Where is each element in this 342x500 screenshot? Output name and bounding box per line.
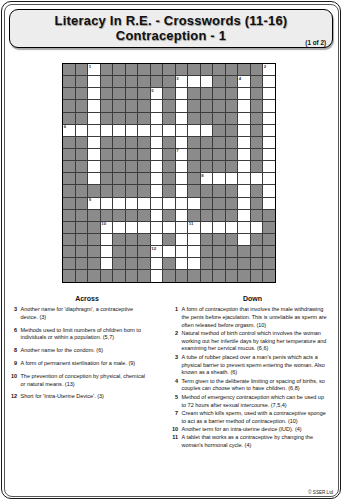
block-cell [201,137,213,148]
block-cell [138,185,150,196]
crossword-grid: 123456789101112 [62,63,276,283]
block-cell [226,76,238,87]
answer-cell[interactable] [88,137,100,148]
block-cell [88,210,100,221]
answer-cell[interactable] [176,210,188,221]
clue-item: 10The prevention of conception by physic… [8,373,166,389]
block-cell [113,258,125,269]
answer-cell[interactable] [176,88,188,99]
clue-number-label: 12 [151,246,156,251]
block-cell [63,88,75,99]
answer-cell[interactable] [238,161,250,172]
answer-cell[interactable] [188,246,200,257]
answer-cell[interactable] [101,258,113,269]
block-cell [201,161,213,172]
page-title: Literacy In R.E. - Crosswords (11-16) [10,13,332,28]
block-cell [201,149,213,160]
block-cell [126,258,138,269]
block-cell [263,210,275,221]
block-cell [163,173,175,184]
answer-cell[interactable] [113,198,125,209]
block-cell [213,198,225,209]
clue-item-number: 1 [169,306,178,329]
block-cell [138,161,150,172]
clue-number-label: 8 [201,173,203,178]
answer-cell[interactable] [163,222,175,233]
block-cell [138,210,150,221]
block-cell [213,100,225,111]
block-cell [113,270,125,281]
answer-cell[interactable] [263,161,275,172]
clue-item: 10Another term for an intra-uterine devi… [169,426,336,434]
answer-cell[interactable] [238,100,250,111]
clue-number-label: 1 [89,64,91,69]
block-cell [76,161,88,172]
down-clue-list: 1A form of contraception that involves t… [169,306,336,450]
block-cell [126,210,138,221]
block-cell [263,258,275,269]
clue-item-text: The prevention of conception by physical… [21,373,149,389]
answer-cell[interactable] [76,125,88,136]
answer-cell[interactable] [151,113,163,124]
block-cell [226,137,238,148]
block-cell [113,246,125,257]
answer-cell[interactable] [151,234,163,245]
answer-cell[interactable] [176,222,188,233]
clue-item-number: 6 [8,327,17,343]
answer-cell[interactable] [238,173,250,184]
answer-cell[interactable] [151,125,163,136]
answer-cell[interactable] [151,210,163,221]
answer-cell[interactable] [126,198,138,209]
clue-item-number: 10 [169,426,178,434]
answer-cell[interactable] [188,234,200,245]
answer-cell[interactable] [238,222,250,233]
block-cell [101,185,113,196]
answer-cell[interactable]: 10 [101,222,113,233]
block-cell [113,234,125,245]
block-cell [138,88,150,99]
answer-cell[interactable] [126,222,138,233]
clue-item: 3A tube of rubber placed over a man's pe… [169,354,336,377]
clue-item: 9A form of permanent sterilisation for a… [8,360,166,368]
answer-cell[interactable] [151,185,163,196]
block-cell [126,173,138,184]
answer-cell[interactable] [251,173,263,184]
answer-cell[interactable] [263,125,275,136]
block-cell [113,185,125,196]
block-cell [188,161,200,172]
block-cell [76,210,88,221]
answer-cell[interactable] [176,100,188,111]
answer-cell[interactable] [226,222,238,233]
answer-cell[interactable] [176,246,188,257]
block-cell [76,258,88,269]
answer-cell[interactable]: 3 [176,76,188,87]
block-cell [201,246,213,257]
block-cell [101,270,113,281]
block-cell [63,137,75,148]
block-cell [163,185,175,196]
copyright-footer: © SSER Ltd [308,490,333,495]
answer-cell[interactable]: 9 [88,198,100,209]
block-cell [76,173,88,184]
block-cell [188,88,200,99]
block-cell [138,76,150,87]
block-cell [113,113,125,124]
answer-cell[interactable] [188,125,200,136]
clue-item-text: Method of emergency contraception which … [182,394,328,410]
answer-cell[interactable]: 8 [201,173,213,184]
clue-item-number: 2 [169,330,178,353]
block-cell [226,185,238,196]
block-cell [201,198,213,209]
block-cell [63,210,75,221]
answer-cell[interactable] [113,125,125,136]
clue-number-label: 6 [64,124,66,129]
block-cell [201,258,213,269]
block-cell [101,173,113,184]
answer-cell[interactable] [151,161,163,172]
block-cell [201,234,213,245]
answer-cell[interactable] [263,137,275,148]
clue-item: 4Term given to the deliberate limiting o… [169,378,336,394]
answer-cell[interactable] [151,222,163,233]
answer-cell[interactable] [151,137,163,148]
block-cell [226,270,238,281]
clue-item: 1A form of contraception that involves t… [169,306,336,329]
clue-item-text: Methods used to limit numbers of childre… [21,327,149,343]
block-cell [251,258,263,269]
answer-cell[interactable] [238,149,250,160]
block-cell [113,210,125,221]
answer-cell[interactable] [88,173,100,184]
answer-cell[interactable] [163,246,175,257]
block-cell [63,222,75,233]
answer-cell[interactable] [138,125,150,136]
answer-cell[interactable] [263,198,275,209]
answer-cell[interactable]: 4 [238,76,250,87]
answer-cell[interactable] [263,76,275,87]
answer-cell[interactable] [238,113,250,124]
clue-item-text: Another name for 'diaphragm', a contrace… [21,306,149,322]
block-cell [101,161,113,172]
block-cell [63,198,75,209]
block-cell [238,246,250,257]
block-cell [201,210,213,221]
block-cell [63,173,75,184]
answer-cell[interactable] [151,198,163,209]
block-cell [138,258,150,269]
answer-cell[interactable]: 1 [88,64,100,75]
block-cell [138,113,150,124]
down-clues-section: Down 1A form of contraception that invol… [169,295,336,450]
clue-item-number: 4 [169,378,178,394]
answer-cell[interactable] [101,125,113,136]
answer-cell[interactable]: 2 [263,64,275,75]
answer-cell[interactable] [238,185,250,196]
block-cell [113,161,125,172]
clue-item: 5Method of emergency contraception which… [169,394,336,410]
answer-cell[interactable] [238,210,250,221]
block-cell [88,258,100,269]
block-cell [251,76,263,87]
clue-item-text: Another term for an intra-uterine device… [182,426,328,434]
answer-cell[interactable] [263,88,275,99]
block-cell [76,113,88,124]
answer-cell[interactable] [101,234,113,245]
answer-cell[interactable] [176,185,188,196]
clue-item-number: 10 [8,373,17,389]
block-cell [76,246,88,257]
clue-item-text: Another name for the condom. (6) [21,347,149,355]
block-cell [251,64,263,75]
block-cell [238,64,250,75]
clue-item-text: Term given to the deliberate limiting or… [182,378,328,394]
block-cell [138,137,150,148]
clue-item-number: 5 [169,394,178,410]
block-cell [113,149,125,160]
answer-cell[interactable] [238,234,250,245]
block-cell [213,246,225,257]
block-cell [176,64,188,75]
block-cell [138,149,150,160]
block-cell [138,100,150,111]
answer-cell[interactable]: 12 [151,246,163,257]
answer-cell[interactable] [176,173,188,184]
block-cell [251,125,263,136]
across-header: Across [8,295,166,302]
title-box: Literacy In R.E. - Crosswords (11-16) Co… [9,9,333,48]
block-cell [163,64,175,75]
answer-cell[interactable] [88,76,100,87]
block-cell [101,137,113,148]
answer-cell[interactable] [188,76,200,87]
answer-cell[interactable] [263,185,275,196]
block-cell [76,198,88,209]
block-cell [101,149,113,160]
block-cell [251,198,263,209]
block-cell [163,210,175,221]
block-cell [213,88,225,99]
clue-number-label: 11 [189,221,194,226]
answer-cell[interactable]: 5 [151,88,163,99]
clue-item-text: Short for 'Intra-Uterine Device'. (3) [21,393,149,401]
crossword-grid-wrap: 123456789101112 [62,63,276,283]
answer-cell[interactable]: 11 [188,222,200,233]
block-cell [188,173,200,184]
answer-cell[interactable] [263,149,275,160]
answer-cell[interactable] [238,198,250,209]
answer-cell[interactable] [88,161,100,172]
block-cell [251,149,263,160]
block-cell [63,258,75,269]
block-cell [101,88,113,99]
block-cell [188,100,200,111]
answer-cell[interactable] [151,173,163,184]
block-cell [163,149,175,160]
page-count-badge: (1 of 2) [305,39,326,46]
answer-cell[interactable] [188,198,200,209]
answer-cell[interactable] [176,161,188,172]
answer-cell[interactable] [151,100,163,111]
block-cell [226,113,238,124]
block-cell [126,246,138,257]
block-cell [213,76,225,87]
block-cell [213,64,225,75]
answer-cell[interactable] [88,113,100,124]
block-cell [163,137,175,148]
clue-item-text: A form of permanent sterilisation for a … [21,360,149,368]
answer-cell[interactable] [201,76,213,87]
block-cell [126,100,138,111]
block-cell [63,161,75,172]
block-cell [126,88,138,99]
clue-number-label: 7 [176,148,178,153]
block-cell [163,100,175,111]
clue-number-label: 10 [101,221,106,226]
answer-cell[interactable] [238,88,250,99]
answer-cell[interactable] [226,173,238,184]
answer-cell[interactable] [151,270,163,281]
answer-cell[interactable] [176,113,188,124]
block-cell [138,270,150,281]
block-cell [138,246,150,257]
answer-cell[interactable] [238,137,250,148]
clue-item-text: Natural method of birth control which in… [182,330,328,353]
block-cell [101,100,113,111]
block-cell [63,76,75,87]
block-cell [63,64,75,75]
answer-cell[interactable] [263,173,275,184]
answer-cell[interactable]: 6 [63,125,75,136]
block-cell [213,258,225,269]
answer-cell[interactable] [176,125,188,136]
answer-cell[interactable] [113,222,125,233]
block-cell [63,270,75,281]
block-cell [163,76,175,87]
block-cell [101,76,113,87]
block-cell [226,246,238,257]
block-cell [251,246,263,257]
block-cell [151,76,163,87]
block-cell [188,149,200,160]
answer-cell[interactable] [176,198,188,209]
clue-item-number: 12 [8,393,17,401]
block-cell [101,113,113,124]
block-cell [76,222,88,233]
answer-cell[interactable] [238,125,250,136]
answer-cell[interactable] [213,222,225,233]
answer-cell[interactable] [88,125,100,136]
answer-cell[interactable] [201,125,213,136]
block-cell [251,100,263,111]
block-cell [113,64,125,75]
block-cell [151,64,163,75]
answer-cell[interactable] [176,234,188,245]
block-cell [201,113,213,124]
block-cell [113,76,125,87]
block-cell [113,173,125,184]
block-cell [226,64,238,75]
clue-item: 12Short for 'Intra-Uterine Device'. (3) [8,393,166,401]
clue-number-label: 5 [151,88,153,93]
answer-cell[interactable] [163,198,175,209]
answer-cell[interactable] [138,222,150,233]
answer-cell[interactable] [188,258,200,269]
answer-cell[interactable] [126,125,138,136]
block-cell [188,185,200,196]
clue-item-number: 3 [8,306,17,322]
answer-cell[interactable]: 7 [176,149,188,160]
answer-cell[interactable] [88,149,100,160]
block-cell [201,64,213,75]
answer-cell[interactable] [263,113,275,124]
clue-number-label: 3 [176,76,178,81]
block-cell [251,113,263,124]
block-cell [88,270,100,281]
answer-cell[interactable] [101,198,113,209]
block-cell [126,234,138,245]
block-cell [251,161,263,172]
block-cell [163,270,175,281]
block-cell [126,113,138,124]
answer-cell[interactable] [151,258,163,269]
answer-cell[interactable] [176,137,188,148]
answer-cell[interactable] [213,173,225,184]
block-cell [76,149,88,160]
worksheet-page: Literacy In R.E. - Crosswords (11-16) Co… [0,0,342,500]
clue-item: 7Cream which kills sperm, used with a co… [169,410,336,426]
block-cell [126,137,138,148]
block-cell [251,88,263,99]
answer-cell[interactable] [201,222,213,233]
block-cell [251,210,263,221]
down-header: Down [169,295,336,302]
answer-cell[interactable] [263,100,275,111]
block-cell [238,270,250,281]
answer-cell[interactable] [176,258,188,269]
block-cell [201,270,213,281]
block-cell [163,88,175,99]
clue-number-label: 9 [89,197,91,202]
block-cell [213,113,225,124]
block-cell [188,137,200,148]
block-cell [63,100,75,111]
block-cell [226,198,238,209]
block-cell [163,234,175,245]
answer-cell[interactable] [151,149,163,160]
answer-cell[interactable] [138,198,150,209]
answer-cell[interactable] [88,88,100,99]
block-cell [176,270,188,281]
block-cell [126,64,138,75]
block-cell [226,258,238,269]
answer-cell[interactable] [163,125,175,136]
block-cell [63,234,75,245]
block-cell [76,137,88,148]
block-cell [138,64,150,75]
answer-cell[interactable] [101,246,113,257]
clue-item: 6Methods used to limit numbers of childr… [8,327,166,343]
answer-cell[interactable] [251,222,263,233]
block-cell [263,246,275,257]
clue-item-number: 11 [169,434,178,450]
block-cell [126,185,138,196]
across-clue-list: 3Another name for 'diaphragm', a contrac… [8,306,166,401]
answer-cell[interactable] [88,100,100,111]
block-cell [226,100,238,111]
